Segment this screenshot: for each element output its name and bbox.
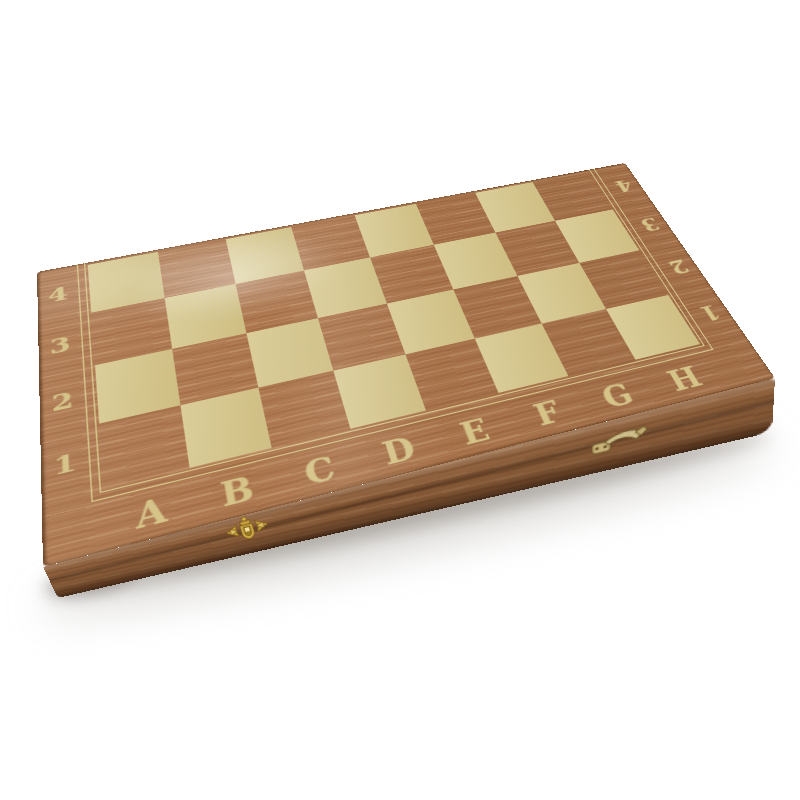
rank-label-left-3: 3 — [38, 315, 83, 377]
rank-label-left-4: 4 — [37, 267, 80, 323]
hook-latch-clasp-icon — [588, 420, 650, 462]
rank-label-left-2: 2 — [39, 368, 87, 437]
product-photo-scene: 4321 4321 ABCDEFGH — [0, 0, 800, 800]
rank-label-left-1: 1 — [40, 426, 90, 503]
